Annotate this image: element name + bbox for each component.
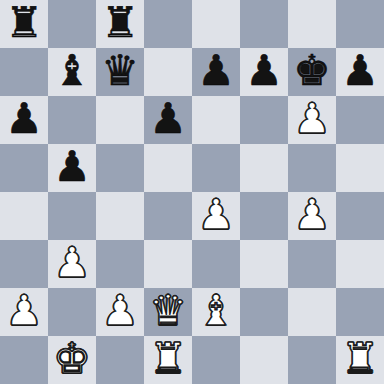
piece-black-bishop[interactable]: ♝ [53,48,91,95]
square-h1[interactable]: ♜ [336,336,384,384]
piece-black-pawn[interactable]: ♟ [341,48,379,95]
square-a3[interactable] [0,240,48,288]
square-c1[interactable] [96,336,144,384]
piece-white-king[interactable]: ♚ [53,336,91,383]
square-d8[interactable] [144,0,192,48]
piece-white-bishop[interactable]: ♝ [197,288,235,335]
square-e4[interactable]: ♟ [192,192,240,240]
square-d3[interactable] [144,240,192,288]
square-f7[interactable]: ♟ [240,48,288,96]
square-b6[interactable] [48,96,96,144]
square-a6[interactable]: ♟ [0,96,48,144]
square-h2[interactable] [336,288,384,336]
square-f5[interactable] [240,144,288,192]
square-g8[interactable] [288,0,336,48]
square-f6[interactable] [240,96,288,144]
square-e6[interactable] [192,96,240,144]
square-g6[interactable]: ♟ [288,96,336,144]
square-c8[interactable]: ♜ [96,0,144,48]
square-c6[interactable] [96,96,144,144]
square-d5[interactable] [144,144,192,192]
square-g5[interactable] [288,144,336,192]
square-a7[interactable] [0,48,48,96]
piece-black-pawn[interactable]: ♟ [149,96,187,143]
square-f1[interactable] [240,336,288,384]
square-h4[interactable] [336,192,384,240]
square-b4[interactable] [48,192,96,240]
piece-white-pawn[interactable]: ♟ [53,240,91,287]
square-f8[interactable] [240,0,288,48]
square-g2[interactable] [288,288,336,336]
square-g4[interactable]: ♟ [288,192,336,240]
piece-white-rook[interactable]: ♜ [149,336,187,383]
square-d6[interactable]: ♟ [144,96,192,144]
piece-white-queen[interactable]: ♛ [149,288,187,335]
square-d7[interactable] [144,48,192,96]
square-e8[interactable] [192,0,240,48]
square-h5[interactable] [336,144,384,192]
square-e7[interactable]: ♟ [192,48,240,96]
square-c5[interactable] [96,144,144,192]
square-d1[interactable]: ♜ [144,336,192,384]
piece-black-pawn[interactable]: ♟ [245,48,283,95]
square-d4[interactable] [144,192,192,240]
piece-black-pawn[interactable]: ♟ [5,96,43,143]
square-b5[interactable]: ♟ [48,144,96,192]
piece-white-pawn[interactable]: ♟ [5,288,43,335]
piece-black-queen[interactable]: ♛ [101,48,139,95]
square-g7[interactable]: ♚ [288,48,336,96]
square-a8[interactable]: ♜ [0,0,48,48]
piece-white-pawn[interactable]: ♟ [101,288,139,335]
square-b1[interactable]: ♚ [48,336,96,384]
square-a4[interactable] [0,192,48,240]
square-g3[interactable] [288,240,336,288]
piece-white-pawn[interactable]: ♟ [197,192,235,239]
square-c4[interactable] [96,192,144,240]
square-h6[interactable] [336,96,384,144]
chess-board: ♜♜♝♛♟♟♚♟♟♟♟♟♟♟♟♟♟♛♝♚♜♜ [0,0,384,384]
square-f3[interactable] [240,240,288,288]
square-a5[interactable] [0,144,48,192]
piece-black-rook[interactable]: ♜ [101,0,139,47]
piece-white-pawn[interactable]: ♟ [293,192,331,239]
square-h3[interactable] [336,240,384,288]
square-b2[interactable] [48,288,96,336]
square-e2[interactable]: ♝ [192,288,240,336]
square-e5[interactable] [192,144,240,192]
square-c3[interactable] [96,240,144,288]
square-g1[interactable] [288,336,336,384]
square-h7[interactable]: ♟ [336,48,384,96]
square-e1[interactable] [192,336,240,384]
piece-black-king[interactable]: ♚ [293,48,331,95]
square-c2[interactable]: ♟ [96,288,144,336]
square-h8[interactable] [336,0,384,48]
piece-black-pawn[interactable]: ♟ [197,48,235,95]
piece-black-rook[interactable]: ♜ [5,0,43,47]
square-f2[interactable] [240,288,288,336]
square-a2[interactable]: ♟ [0,288,48,336]
square-c7[interactable]: ♛ [96,48,144,96]
square-f4[interactable] [240,192,288,240]
square-d2[interactable]: ♛ [144,288,192,336]
square-a1[interactable] [0,336,48,384]
piece-white-pawn[interactable]: ♟ [293,96,331,143]
square-b8[interactable] [48,0,96,48]
piece-white-rook[interactable]: ♜ [341,336,379,383]
square-e3[interactable] [192,240,240,288]
square-b3[interactable]: ♟ [48,240,96,288]
piece-black-pawn[interactable]: ♟ [53,144,91,191]
square-b7[interactable]: ♝ [48,48,96,96]
